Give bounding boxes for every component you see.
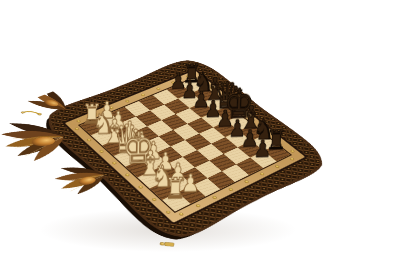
brass-clasp-left	[21, 107, 43, 120]
brass-clasp-front	[160, 242, 174, 247]
white-rook-glyph: ♜	[143, 173, 208, 203]
chess-set-photo: ♜♞♝♛♚♝♞♜♟♟♟♟♟♟♟♟♟♟♟♟♟♟♟♟♜♞♝♛♚♝♞♜	[0, 0, 400, 267]
black-pawn-glyph: ♟	[232, 136, 294, 161]
